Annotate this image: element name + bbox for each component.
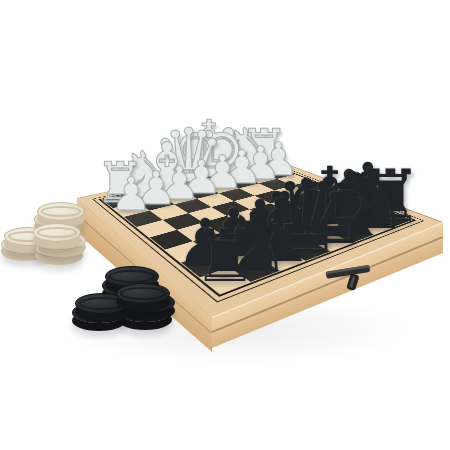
checker-ring — [120, 287, 166, 300]
checker-ring — [79, 297, 125, 310]
checker-ring — [41, 206, 81, 217]
checker-ring — [109, 270, 155, 283]
checker-ring — [37, 227, 77, 238]
checker-black[interactable] — [116, 283, 170, 304]
chess-set-photo: ♜♞♝♛♚♝♞♜♟♟♟♟♟♟♟♟♟♟♟♟♟♟♟♟♜♞♝♛♚♝♞♜ — [0, 0, 450, 450]
piece-white-pawn[interactable]: ♟ — [111, 171, 152, 217]
checker-white[interactable] — [37, 202, 85, 221]
checker-white[interactable] — [33, 223, 81, 242]
piece-black-rook[interactable]: ♜ — [193, 220, 258, 292]
